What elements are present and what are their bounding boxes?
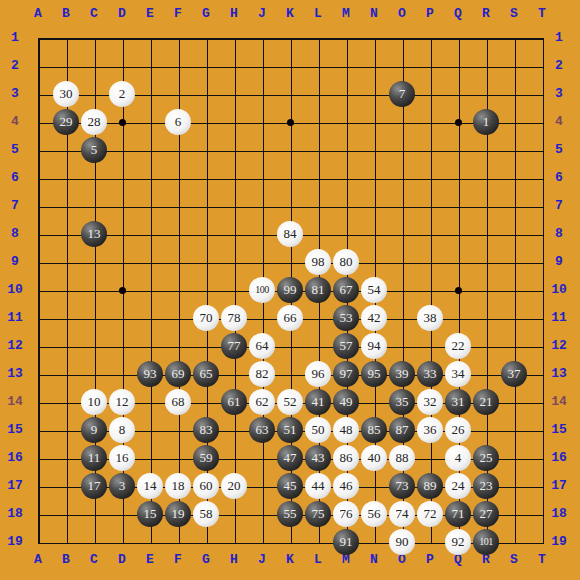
- stone-white-D15-move-8[interactable]: 8: [109, 417, 135, 443]
- stone-white-O19-move-90[interactable]: 90: [389, 529, 415, 555]
- stone-black-P13-move-33[interactable]: 33: [417, 361, 443, 387]
- stone-black-M13-move-97[interactable]: 97: [333, 361, 359, 387]
- col-label-top-H[interactable]: H: [220, 5, 248, 23]
- stone-black-K10-move-99[interactable]: 99: [277, 277, 303, 303]
- row-label-left-9[interactable]: 9: [2, 253, 28, 271]
- stone-white-J10-move-100[interactable]: 100: [249, 277, 275, 303]
- stone-black-C17-move-17[interactable]: 17: [81, 473, 107, 499]
- stone-white-K11-move-66[interactable]: 66: [277, 305, 303, 331]
- stone-white-K8-move-84[interactable]: 84: [277, 221, 303, 247]
- row-label-left-19[interactable]: 19: [2, 533, 28, 551]
- stone-black-G13-move-65[interactable]: 65: [193, 361, 219, 387]
- stone-black-R18-move-27[interactable]: 27: [473, 501, 499, 527]
- stone-white-P11-move-38[interactable]: 38: [417, 305, 443, 331]
- row-label-left-4[interactable]: 4: [2, 113, 28, 131]
- stone-white-G11-move-70[interactable]: 70: [193, 305, 219, 331]
- col-label-top-C[interactable]: C: [80, 5, 108, 23]
- row-label-right-8[interactable]: 8: [546, 225, 572, 243]
- stone-white-G17-move-60[interactable]: 60: [193, 473, 219, 499]
- col-label-top-T[interactable]: T: [528, 5, 556, 23]
- row-label-right-19[interactable]: 19: [546, 533, 572, 551]
- stone-white-M16-move-86[interactable]: 86: [333, 445, 359, 471]
- stone-white-F4-move-6[interactable]: 6: [165, 109, 191, 135]
- stone-black-O15-move-87[interactable]: 87: [389, 417, 415, 443]
- row-label-left-2[interactable]: 2: [2, 57, 28, 75]
- col-label-top-G[interactable]: G: [192, 5, 220, 23]
- stone-black-R17-move-23[interactable]: 23: [473, 473, 499, 499]
- col-label-top-O[interactable]: O: [388, 5, 416, 23]
- col-label-bottom-K[interactable]: K: [276, 551, 304, 569]
- row-label-left-12[interactable]: 12: [2, 337, 28, 355]
- stone-black-Q14-move-31[interactable]: 31: [445, 389, 471, 415]
- row-label-right-13[interactable]: 13: [546, 365, 572, 383]
- row-label-right-1[interactable]: 1: [546, 29, 572, 47]
- row-label-left-18[interactable]: 18: [2, 505, 28, 523]
- stone-black-R4-move-1[interactable]: 1: [473, 109, 499, 135]
- row-label-left-1[interactable]: 1: [2, 29, 28, 47]
- stone-black-B4-move-29[interactable]: 29: [53, 109, 79, 135]
- stone-black-L16-move-43[interactable]: 43: [305, 445, 331, 471]
- col-label-top-L[interactable]: L: [304, 5, 332, 23]
- row-label-left-8[interactable]: 8: [2, 225, 28, 243]
- row-label-left-5[interactable]: 5: [2, 141, 28, 159]
- col-label-top-S[interactable]: S: [500, 5, 528, 23]
- stone-black-O17-move-73[interactable]: 73: [389, 473, 415, 499]
- stone-black-M11-move-53[interactable]: 53: [333, 305, 359, 331]
- row-label-left-3[interactable]: 3: [2, 85, 28, 103]
- stone-white-D16-move-16[interactable]: 16: [109, 445, 135, 471]
- stone-white-L17-move-44[interactable]: 44: [305, 473, 331, 499]
- col-label-bottom-J[interactable]: J: [248, 551, 276, 569]
- stone-black-E13-move-93[interactable]: 93: [137, 361, 163, 387]
- col-label-bottom-E[interactable]: E: [136, 551, 164, 569]
- stone-white-N12-move-94[interactable]: 94: [361, 333, 387, 359]
- row-label-right-5[interactable]: 5: [546, 141, 572, 159]
- stone-black-M12-move-57[interactable]: 57: [333, 333, 359, 359]
- stone-white-D14-move-12[interactable]: 12: [109, 389, 135, 415]
- col-label-bottom-D[interactable]: D: [108, 551, 136, 569]
- stone-white-N11-move-42[interactable]: 42: [361, 305, 387, 331]
- col-label-top-A[interactable]: A: [24, 5, 52, 23]
- stone-white-O16-move-88[interactable]: 88: [389, 445, 415, 471]
- row-label-right-15[interactable]: 15: [546, 421, 572, 439]
- stone-black-L18-move-75[interactable]: 75: [305, 501, 331, 527]
- col-label-bottom-A[interactable]: A: [24, 551, 52, 569]
- col-label-bottom-S[interactable]: S: [500, 551, 528, 569]
- stone-white-F14-move-68[interactable]: 68: [165, 389, 191, 415]
- col-label-top-E[interactable]: E: [136, 5, 164, 23]
- col-label-top-F[interactable]: F: [164, 5, 192, 23]
- col-label-bottom-C[interactable]: C: [80, 551, 108, 569]
- stone-white-J14-move-62[interactable]: 62: [249, 389, 275, 415]
- stone-white-M17-move-46[interactable]: 46: [333, 473, 359, 499]
- star-point-Q4: [455, 119, 462, 126]
- row-label-right-12[interactable]: 12: [546, 337, 572, 355]
- stone-black-K16-move-47[interactable]: 47: [277, 445, 303, 471]
- col-label-top-P[interactable]: P: [416, 5, 444, 23]
- stone-black-J15-move-63[interactable]: 63: [249, 417, 275, 443]
- stone-black-K18-move-55[interactable]: 55: [277, 501, 303, 527]
- stone-black-C8-move-13[interactable]: 13: [81, 221, 107, 247]
- stone-black-L10-move-81[interactable]: 81: [305, 277, 331, 303]
- col-label-bottom-P[interactable]: P: [416, 551, 444, 569]
- stone-white-C14-move-10[interactable]: 10: [81, 389, 107, 415]
- stone-black-Q18-move-71[interactable]: 71: [445, 501, 471, 527]
- col-label-bottom-L[interactable]: L: [304, 551, 332, 569]
- stone-white-J13-move-82[interactable]: 82: [249, 361, 275, 387]
- row-label-left-17[interactable]: 17: [2, 477, 28, 495]
- stone-white-H11-move-78[interactable]: 78: [221, 305, 247, 331]
- col-label-top-Q[interactable]: Q: [444, 5, 472, 23]
- col-label-top-J[interactable]: J: [248, 5, 276, 23]
- stone-white-L9-move-98[interactable]: 98: [305, 249, 331, 275]
- stone-white-Q13-move-34[interactable]: 34: [445, 361, 471, 387]
- stone-black-R14-move-21[interactable]: 21: [473, 389, 499, 415]
- stone-white-Q16-move-4[interactable]: 4: [445, 445, 471, 471]
- stone-white-D3-move-2[interactable]: 2: [109, 81, 135, 107]
- stone-white-M15-move-48[interactable]: 48: [333, 417, 359, 443]
- col-label-bottom-H[interactable]: H: [220, 551, 248, 569]
- star-point-D4: [119, 119, 126, 126]
- col-label-top-R[interactable]: R: [472, 5, 500, 23]
- row-label-right-10[interactable]: 10: [546, 281, 572, 299]
- stone-black-F13-move-69[interactable]: 69: [165, 361, 191, 387]
- stone-white-J12-move-64[interactable]: 64: [249, 333, 275, 359]
- row-label-right-4[interactable]: 4: [546, 113, 572, 131]
- col-label-bottom-B[interactable]: B: [52, 551, 80, 569]
- row-label-right-9[interactable]: 9: [546, 253, 572, 271]
- go-board-page: AABBCCDDEEFFGGHHJJKKLLMMNNOOPPQQRRSSTT11…: [0, 0, 580, 580]
- row-label-right-17[interactable]: 17: [546, 477, 572, 495]
- stone-black-G16-move-59[interactable]: 59: [193, 445, 219, 471]
- stone-white-O18-move-74[interactable]: 74: [389, 501, 415, 527]
- col-label-bottom-F[interactable]: F: [164, 551, 192, 569]
- row-label-left-10[interactable]: 10: [2, 281, 28, 299]
- col-label-bottom-T[interactable]: T: [528, 551, 556, 569]
- row-label-right-11[interactable]: 11: [546, 309, 572, 327]
- stone-black-N15-move-85[interactable]: 85: [361, 417, 387, 443]
- stone-black-E18-move-15[interactable]: 15: [137, 501, 163, 527]
- stone-black-P17-move-89[interactable]: 89: [417, 473, 443, 499]
- stone-white-Q12-move-22[interactable]: 22: [445, 333, 471, 359]
- stone-black-N13-move-95[interactable]: 95: [361, 361, 387, 387]
- row-label-right-18[interactable]: 18: [546, 505, 572, 523]
- col-label-top-K[interactable]: K: [276, 5, 304, 23]
- stone-white-E17-move-14[interactable]: 14: [137, 473, 163, 499]
- row-label-right-6[interactable]: 6: [546, 169, 572, 187]
- stone-white-P18-move-72[interactable]: 72: [417, 501, 443, 527]
- row-label-right-3[interactable]: 3: [546, 85, 572, 103]
- stone-black-S13-move-37[interactable]: 37: [501, 361, 527, 387]
- col-label-bottom-G[interactable]: G: [192, 551, 220, 569]
- stone-black-O14-move-35[interactable]: 35: [389, 389, 415, 415]
- row-label-right-16[interactable]: 16: [546, 449, 572, 467]
- stone-white-G18-move-58[interactable]: 58: [193, 501, 219, 527]
- row-label-right-14[interactable]: 14: [546, 393, 572, 411]
- stone-black-M10-move-67[interactable]: 67: [333, 277, 359, 303]
- col-label-top-M[interactable]: M: [332, 5, 360, 23]
- row-label-left-6[interactable]: 6: [2, 169, 28, 187]
- stone-black-C16-move-11[interactable]: 11: [81, 445, 107, 471]
- col-label-top-D[interactable]: D: [108, 5, 136, 23]
- stone-white-Q15-move-26[interactable]: 26: [445, 417, 471, 443]
- col-label-bottom-N[interactable]: N: [360, 551, 388, 569]
- row-label-right-2[interactable]: 2: [546, 57, 572, 75]
- stone-black-O13-move-39[interactable]: 39: [389, 361, 415, 387]
- star-point-K4: [287, 119, 294, 126]
- stone-black-H14-move-61[interactable]: 61: [221, 389, 247, 415]
- stone-black-K15-move-51[interactable]: 51: [277, 417, 303, 443]
- stone-white-K14-move-52[interactable]: 52: [277, 389, 303, 415]
- stone-black-M14-move-49[interactable]: 49: [333, 389, 359, 415]
- stone-white-F17-move-18[interactable]: 18: [165, 473, 191, 499]
- stone-white-M18-move-76[interactable]: 76: [333, 501, 359, 527]
- stone-white-N10-move-54[interactable]: 54: [361, 277, 387, 303]
- stone-black-G15-move-83[interactable]: 83: [193, 417, 219, 443]
- stone-white-Q19-move-92[interactable]: 92: [445, 529, 471, 555]
- row-label-right-7[interactable]: 7: [546, 197, 572, 215]
- stone-black-M19-move-91[interactable]: 91: [333, 529, 359, 555]
- stone-white-P15-move-36[interactable]: 36: [417, 417, 443, 443]
- star-point-D10: [119, 287, 126, 294]
- stone-white-L15-move-50[interactable]: 50: [305, 417, 331, 443]
- star-point-Q10: [455, 287, 462, 294]
- stone-black-R16-move-25[interactable]: 25: [473, 445, 499, 471]
- stone-white-B3-move-30[interactable]: 30: [53, 81, 79, 107]
- row-label-left-15[interactable]: 15: [2, 421, 28, 439]
- stone-black-H12-move-77[interactable]: 77: [221, 333, 247, 359]
- stone-black-R19-move-101[interactable]: 101: [473, 529, 499, 555]
- stone-white-L13-move-96[interactable]: 96: [305, 361, 331, 387]
- row-label-left-13[interactable]: 13: [2, 365, 28, 383]
- stone-white-N16-move-40[interactable]: 40: [361, 445, 387, 471]
- stone-white-C4-move-28[interactable]: 28: [81, 109, 107, 135]
- row-label-left-7[interactable]: 7: [2, 197, 28, 215]
- stone-white-M9-move-80[interactable]: 80: [333, 249, 359, 275]
- col-label-top-N[interactable]: N: [360, 5, 388, 23]
- stone-black-F18-move-19[interactable]: 19: [165, 501, 191, 527]
- stone-black-K17-move-45[interactable]: 45: [277, 473, 303, 499]
- stone-white-N18-move-56[interactable]: 56: [361, 501, 387, 527]
- row-label-left-14[interactable]: 14: [2, 393, 28, 411]
- stone-black-C15-move-9[interactable]: 9: [81, 417, 107, 443]
- stone-black-L14-move-41[interactable]: 41: [305, 389, 331, 415]
- row-label-left-16[interactable]: 16: [2, 449, 28, 467]
- stone-white-Q17-move-24[interactable]: 24: [445, 473, 471, 499]
- stone-black-C5-move-5[interactable]: 5: [81, 137, 107, 163]
- col-label-top-B[interactable]: B: [52, 5, 80, 23]
- row-label-left-11[interactable]: 11: [2, 309, 28, 327]
- stone-white-P14-move-32[interactable]: 32: [417, 389, 443, 415]
- stone-black-O3-move-7[interactable]: 7: [389, 81, 415, 107]
- stone-black-D17-move-3[interactable]: 3: [109, 473, 135, 499]
- stone-white-H17-move-20[interactable]: 20: [221, 473, 247, 499]
